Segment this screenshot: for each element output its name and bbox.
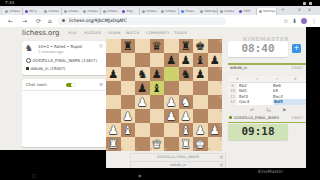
takeback-icon[interactable]: ↶ (250, 106, 254, 114)
tab-close-icon[interactable]: x (308, 7, 311, 12)
square-d6[interactable]: ♟ (150, 67, 165, 81)
square-c4[interactable]: ♟ (135, 95, 150, 109)
move-list[interactable]: 9Bb2Be610Nd1b511Bxf4Bxc412Qxc4Bd5 (228, 83, 306, 106)
square-h3[interactable]: 3 (208, 109, 223, 123)
square-f8[interactable]: ♜ (179, 39, 194, 53)
square-b7[interactable] (121, 53, 136, 67)
square-a7[interactable] (106, 53, 121, 67)
white-piece-p[interactable]: ♟ (193, 123, 208, 137)
square-e7[interactable]: ♟ (164, 53, 179, 67)
letterbox-right (306, 27, 320, 180)
square-e4[interactable]: ♟ (164, 95, 179, 109)
list-icon: ▤ (220, 163, 223, 167)
browser-tab[interactable]: lichess (81, 8, 101, 16)
resign-flag-icon[interactable]: ⚑ (282, 106, 286, 114)
site-info-icon[interactable] (62, 19, 65, 22)
flip-board-icon[interactable]: ◎ (99, 43, 103, 48)
wifi-icon (303, 2, 306, 5)
black-piece-p[interactable]: ♟ (179, 53, 194, 67)
square-c8[interactable] (135, 39, 150, 53)
square-d1[interactable]: ♛d (150, 137, 165, 151)
black-player-line[interactable]: ddkdb_in (1500?) (26, 66, 65, 71)
square-c5[interactable]: ♟ (135, 81, 150, 95)
square-g2[interactable]: ♟ (193, 123, 208, 137)
square-f1[interactable]: ♜f (179, 137, 194, 151)
tab-strip: lichessVB lylichesslichesslichesslichess… (0, 6, 320, 15)
browser-tab[interactable]: lichess (42, 8, 62, 16)
list-icon: ▤ (220, 155, 223, 159)
square-d2[interactable] (150, 123, 165, 137)
online-dot-icon (229, 116, 232, 119)
url-field[interactable]: lichess.org/9jbCMJxDqAfC (58, 17, 226, 26)
white-piece-b[interactable]: ♝ (179, 123, 194, 137)
white-player-row[interactable]: GODZILLA_FINAL_WARS 1381? (228, 115, 306, 121)
square-e1[interactable]: e (164, 137, 179, 151)
lichess-logo[interactable]: lichess.org (22, 29, 59, 37)
black-piece-b[interactable]: ♝ (150, 81, 165, 95)
move-row: 12Qxc4Bd5 (228, 99, 306, 105)
white-piece-p[interactable]: ♟ (135, 95, 150, 109)
square-f6[interactable]: ♞ (179, 67, 194, 81)
browser-tab[interactable]: lichess (218, 8, 238, 16)
black-piece-n[interactable]: ♞ (135, 67, 150, 81)
black-piece-p[interactable]: ♟ (150, 67, 165, 81)
browser-tab[interactable]: lichess (101, 8, 121, 16)
move-white[interactable]: Qxc4 (239, 99, 271, 105)
chat-toggle[interactable] (66, 83, 75, 88)
square-g6[interactable]: ♟ (193, 67, 208, 81)
white-piece-p[interactable]: ♟ (164, 109, 179, 123)
draw-offer-icon[interactable]: ½ (266, 106, 271, 114)
square-d8[interactable]: ♛ (150, 39, 165, 53)
black-piece-p[interactable]: ♟ (135, 81, 150, 95)
white-piece-p[interactable]: ♟ (121, 109, 136, 123)
square-c3[interactable] (135, 109, 150, 123)
black-color-icon (26, 67, 29, 70)
black-piece-r[interactable]: ♜ (179, 39, 194, 53)
white-piece-p[interactable]: ♟ (164, 95, 179, 109)
move-black[interactable]: Bd5 (273, 99, 307, 105)
square-c6[interactable]: ♞ (135, 67, 150, 81)
square-f4[interactable]: ♞ (179, 95, 194, 109)
square-h5[interactable]: 5 (208, 81, 223, 95)
square-d5[interactable]: ♝ (150, 81, 165, 95)
game-started-ago: 2 minutes ago (38, 50, 63, 54)
white-piece-r[interactable]: ♜ (179, 137, 194, 151)
square-b1[interactable]: b (121, 137, 136, 151)
square-g7[interactable]: ♝ (193, 53, 208, 67)
square-a8[interactable] (106, 39, 121, 53)
square-h8[interactable]: 8 (208, 39, 223, 53)
nav-play[interactable]: PLAY (68, 31, 77, 35)
bookmark-star-icon[interactable]: ☆ (283, 17, 288, 25)
white-piece-p[interactable]: ♟ (106, 123, 121, 137)
chat-card: Chat room ⚙ (22, 79, 106, 147)
tab-favicon (259, 10, 262, 13)
black-clock: 08:40 (228, 41, 288, 57)
browser-tab[interactable]: Settings (198, 8, 218, 16)
lichess-page: lichess.org PLAY PUZZLES LEARN WATCH COM… (0, 27, 320, 180)
tab-favicon (142, 10, 145, 13)
action-bar: ↶ ½ ⚑ (228, 106, 306, 114)
tab-favicon (122, 10, 125, 13)
square-a6[interactable]: ♟ (106, 67, 121, 81)
square-a2[interactable]: ♟ (106, 123, 121, 137)
forward-icon[interactable]: → (22, 17, 27, 25)
game-setup: 10+0 • Rated • Rapid (38, 44, 82, 49)
browser-tab[interactable]: Chess (179, 8, 199, 16)
square-g8[interactable]: ♚ (193, 39, 208, 53)
square-h4[interactable]: 4 (208, 95, 223, 109)
tab-favicon (200, 10, 203, 13)
browser-tab[interactable]: lichess (159, 8, 179, 16)
square-g3[interactable] (193, 109, 208, 123)
square-a1[interactable]: ♜a (106, 137, 121, 151)
chat-settings-icon[interactable]: ⚙ (99, 82, 103, 87)
tab-favicon (239, 10, 242, 13)
kinemaster-watermark-bottom: KineMaster (258, 169, 283, 174)
chat-title: Chat room (26, 82, 47, 87)
tab-favicon (103, 10, 106, 13)
black-piece-p[interactable]: ♟ (164, 53, 179, 67)
square-e8[interactable] (164, 39, 179, 53)
tab-favicon (25, 10, 28, 13)
divider (22, 90, 106, 91)
square-a5[interactable] (106, 81, 121, 95)
browser-tab[interactable]: lichess (3, 8, 23, 16)
square-a4[interactable] (106, 95, 121, 109)
black-piece-r[interactable]: ♜ (121, 39, 136, 53)
browser-tab[interactable]: Play (120, 8, 140, 16)
white-piece-p[interactable]: ♟ (179, 109, 194, 123)
square-b4[interactable] (121, 95, 136, 109)
tab-favicon (161, 10, 164, 13)
nav-community[interactable]: COMMUNITY (146, 31, 170, 35)
kinemaster-watermark-top: KINEMASTER (243, 36, 289, 42)
tab-favicon (64, 10, 67, 13)
square-e2[interactable] (164, 123, 179, 137)
square-b2[interactable]: ♝ (121, 123, 136, 137)
refresh-icon[interactable]: ⟳ (36, 17, 41, 25)
new-tab-button[interactable]: + (281, 7, 285, 12)
square-e3[interactable]: ♟ (164, 109, 179, 123)
screen: 7:33 lichessVB lylichesslichesslichessli… (0, 0, 320, 180)
next-move-button[interactable]: › (276, 76, 278, 82)
square-c1[interactable]: c (135, 137, 150, 151)
tab-favicon (44, 10, 47, 13)
white-piece-n[interactable]: ♞ (179, 95, 194, 109)
browser-menu-icon[interactable]: ⋮ (311, 17, 317, 25)
white-piece-b[interactable]: ♝ (121, 123, 136, 137)
nav-puzzles[interactable]: PUZZLES (84, 31, 101, 35)
first-move-button[interactable]: « (236, 76, 239, 82)
square-h1[interactable]: 1h (208, 137, 223, 151)
square-h2[interactable]: ♟2 (208, 123, 223, 137)
download-icon[interactable]: ⬇ (292, 17, 297, 25)
square-h7[interactable]: ♟7 (208, 53, 223, 67)
square-f2[interactable]: ♝ (179, 123, 194, 137)
black-piece-p[interactable]: ♟ (106, 67, 121, 81)
square-c2[interactable] (135, 123, 150, 137)
black-piece-p[interactable]: ♟ (193, 67, 208, 81)
browser-tab[interactable]: lichess (140, 8, 160, 16)
profile-avatar[interactable] (301, 18, 307, 24)
square-b3[interactable]: ♟ (121, 109, 136, 123)
square-g4[interactable] (193, 95, 208, 109)
square-a3[interactable] (106, 109, 121, 123)
chess-board[interactable]: ♜♛♜♚8♟♟♝♟7♟♞♟♞♟6♟♝5♟♟♞4♟♟♟3♟♝♝♟♟2♜abc♛de… (106, 39, 222, 151)
square-e5[interactable] (164, 81, 179, 95)
browser-tab[interactable]: Settings (257, 8, 277, 16)
square-d3[interactable] (150, 109, 165, 123)
square-f7[interactable]: ♟ (179, 53, 194, 67)
square-e6[interactable] (164, 67, 179, 81)
letterbox-bottom-left (0, 150, 106, 180)
white-color-icon (26, 58, 31, 63)
square-g1[interactable]: ♚g (193, 137, 208, 151)
tab-favicon (83, 10, 86, 13)
prev-move-button[interactable]: ‹ (256, 76, 258, 82)
knight-speed-icon: ♞ (25, 43, 33, 54)
nav-tools[interactable]: TOOLS (174, 31, 187, 35)
square-b6[interactable] (121, 67, 136, 81)
black-piece-q[interactable]: ♛ (150, 39, 165, 53)
back-icon[interactable]: ← (8, 17, 13, 25)
browser-tab[interactable]: VB ly (23, 8, 43, 16)
square-h6[interactable]: 6 (208, 67, 223, 81)
nav-learn[interactable]: LEARN (108, 31, 121, 35)
moretime-button[interactable]: + (292, 44, 301, 53)
square-c7[interactable] (135, 53, 150, 67)
home-icon[interactable]: ⌂ (48, 17, 52, 25)
tab-menu-icon[interactable]: v (298, 7, 301, 12)
square-b8[interactable]: ♜ (121, 39, 136, 53)
white-clock: 09:18 (228, 124, 288, 140)
nav-watch[interactable]: WATCH (126, 31, 139, 35)
last-move-button[interactable]: » (294, 76, 297, 82)
tab-favicon (5, 10, 8, 13)
android-home-icon[interactable]: ◉ (138, 173, 142, 178)
browser-tab[interactable]: FIDE (237, 8, 257, 16)
black-player-row[interactable]: ddkdb_in 1500? (228, 65, 306, 71)
black-piece-n[interactable]: ♞ (179, 67, 194, 81)
square-d4[interactable] (150, 95, 165, 109)
url-text: lichess.org/9jbCMJxDqAfC (69, 18, 127, 24)
square-d7[interactable] (150, 53, 165, 67)
black-piece-k[interactable]: ♚ (193, 39, 208, 53)
tab-favicon (220, 10, 223, 13)
android-back-icon[interactable]: ▢ (32, 173, 36, 178)
black-piece-b[interactable]: ♝ (193, 53, 208, 67)
square-f5[interactable] (179, 81, 194, 95)
game-info-card: ♞ 10+0 • Rated • Rapid 2 minutes ago ◎ G… (22, 41, 106, 75)
browser-tab[interactable]: lichess (62, 8, 82, 16)
square-f3[interactable]: ♟ (179, 109, 194, 123)
square-g5[interactable] (193, 81, 208, 95)
square-b5[interactable] (121, 81, 136, 95)
rating-bar-white (228, 122, 306, 124)
battery-icon (309, 2, 312, 5)
tab-favicon (181, 10, 184, 13)
white-player-line[interactable]: GODZILLA_FINAL_WARS (1381?) (26, 58, 97, 63)
